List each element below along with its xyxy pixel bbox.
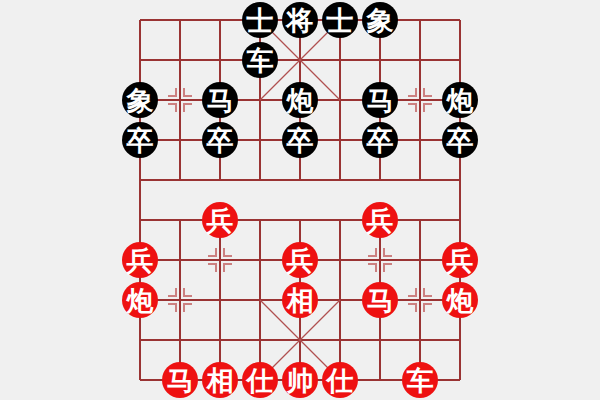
piece-black-horse[interactable]: 马 — [202, 82, 238, 118]
piece-red-soldier[interactable]: 兵 — [362, 202, 398, 238]
piece-black-soldier[interactable]: 卒 — [442, 122, 478, 158]
piece-black-elephant[interactable]: 象 — [362, 2, 398, 38]
piece-red-cannon[interactable]: 炮 — [122, 282, 158, 318]
piece-black-soldier[interactable]: 卒 — [362, 122, 398, 158]
piece-red-soldier[interactable]: 兵 — [202, 202, 238, 238]
piece-red-soldier[interactable]: 兵 — [442, 242, 478, 278]
piece-black-cannon[interactable]: 炮 — [442, 82, 478, 118]
piece-red-elephant[interactable]: 相 — [282, 282, 318, 318]
piece-red-soldier[interactable]: 兵 — [122, 242, 158, 278]
piece-red-advisor[interactable]: 仕 — [242, 362, 278, 398]
piece-red-horse[interactable]: 马 — [162, 362, 198, 398]
piece-black-horse[interactable]: 马 — [362, 82, 398, 118]
piece-red-general[interactable]: 帅 — [282, 362, 318, 398]
piece-black-chariot[interactable]: 车 — [242, 42, 278, 78]
piece-red-elephant[interactable]: 相 — [202, 362, 238, 398]
piece-red-advisor[interactable]: 仕 — [322, 362, 358, 398]
pieces-layer: 士将士象车象马炮马炮卒卒卒卒卒兵兵兵兵兵炮相马炮马相仕帅仕车 — [0, 0, 600, 400]
piece-black-advisor[interactable]: 士 — [242, 2, 278, 38]
piece-red-soldier[interactable]: 兵 — [282, 242, 318, 278]
piece-red-horse[interactable]: 马 — [362, 282, 398, 318]
piece-black-soldier[interactable]: 卒 — [282, 122, 318, 158]
piece-black-soldier[interactable]: 卒 — [202, 122, 238, 158]
piece-black-cannon[interactable]: 炮 — [282, 82, 318, 118]
piece-red-chariot[interactable]: 车 — [402, 362, 438, 398]
piece-black-advisor[interactable]: 士 — [322, 2, 358, 38]
piece-black-elephant[interactable]: 象 — [122, 82, 158, 118]
piece-black-general[interactable]: 将 — [282, 2, 318, 38]
piece-black-soldier[interactable]: 卒 — [122, 122, 158, 158]
piece-red-cannon[interactable]: 炮 — [442, 282, 478, 318]
xiangqi-board: 士将士象车象马炮马炮卒卒卒卒卒兵兵兵兵兵炮相马炮马相仕帅仕车 — [0, 0, 600, 400]
